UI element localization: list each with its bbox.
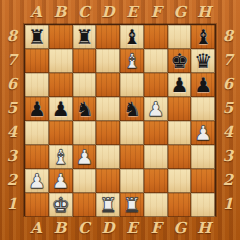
rank-label-left-7: 7 xyxy=(0,48,24,72)
white-king[interactable]: ♚ xyxy=(52,193,70,217)
file-label-top-c: C xyxy=(72,0,96,24)
file-label-bottom-f: F xyxy=(144,216,168,240)
square-f5[interactable]: ♟ xyxy=(144,97,168,121)
square-f4[interactable] xyxy=(144,121,168,145)
square-g4[interactable] xyxy=(168,121,192,145)
square-f6[interactable] xyxy=(144,73,168,97)
square-e2[interactable] xyxy=(120,169,144,193)
rank-labels-right: 87654321 xyxy=(216,24,240,216)
file-label-bottom-e: E xyxy=(120,216,144,240)
square-b1[interactable]: ♚ xyxy=(49,193,73,217)
square-d5[interactable] xyxy=(96,97,120,121)
square-h1[interactable] xyxy=(191,193,215,217)
black-rook[interactable]: ♜ xyxy=(75,25,93,49)
square-e4[interactable] xyxy=(120,121,144,145)
square-a3[interactable] xyxy=(25,145,49,169)
square-a4[interactable] xyxy=(25,121,49,145)
black-pawn[interactable]: ♟ xyxy=(170,73,188,97)
black-pawn[interactable]: ♟ xyxy=(52,97,70,121)
rank-label-right-3: 3 xyxy=(216,144,240,168)
rank-label-left-4: 4 xyxy=(0,120,24,144)
rank-label-right-2: 2 xyxy=(216,168,240,192)
square-e8[interactable]: ♝ xyxy=(120,25,144,49)
square-h3[interactable] xyxy=(191,145,215,169)
square-d6[interactable] xyxy=(96,73,120,97)
square-b4[interactable] xyxy=(49,121,73,145)
square-c5[interactable]: ♞ xyxy=(73,97,97,121)
square-d7[interactable] xyxy=(96,49,120,73)
square-c6[interactable] xyxy=(73,73,97,97)
square-d1[interactable]: ♜ xyxy=(96,193,120,217)
square-a1[interactable] xyxy=(25,193,49,217)
file-label-bottom-d: D xyxy=(96,216,120,240)
rank-label-right-8: 8 xyxy=(216,24,240,48)
square-e3[interactable] xyxy=(120,145,144,169)
square-g7[interactable]: ♚ xyxy=(168,49,192,73)
square-h4[interactable]: ♟ xyxy=(191,121,215,145)
square-a2[interactable]: ♟ xyxy=(25,169,49,193)
square-b7[interactable] xyxy=(49,49,73,73)
file-label-top-h: H xyxy=(192,0,216,24)
white-bishop[interactable]: ♝ xyxy=(123,49,141,73)
square-h2[interactable] xyxy=(191,169,215,193)
square-d8[interactable] xyxy=(96,25,120,49)
square-c1[interactable] xyxy=(73,193,97,217)
square-g6[interactable]: ♟ xyxy=(168,73,192,97)
rank-label-right-1: 1 xyxy=(216,192,240,216)
file-label-top-e: E xyxy=(120,0,144,24)
black-king[interactable]: ♚ xyxy=(170,49,188,73)
square-c8[interactable]: ♜ xyxy=(73,25,97,49)
square-f3[interactable] xyxy=(144,145,168,169)
square-e5[interactable]: ♞ xyxy=(120,97,144,121)
white-pawn[interactable]: ♟ xyxy=(28,169,46,193)
square-c3[interactable]: ♟ xyxy=(73,145,97,169)
file-label-top-b: B xyxy=(48,0,72,24)
square-c2[interactable] xyxy=(73,169,97,193)
square-b3[interactable]: ♝ xyxy=(49,145,73,169)
black-rook[interactable]: ♜ xyxy=(28,25,46,49)
file-labels-bottom: ABCDEFGH xyxy=(24,216,216,240)
file-labels-top: ABCDEFGH xyxy=(24,0,216,24)
square-a7[interactable] xyxy=(25,49,49,73)
square-h8[interactable]: ♝ xyxy=(191,25,215,49)
black-knight[interactable]: ♞ xyxy=(123,97,141,121)
square-b6[interactable] xyxy=(49,73,73,97)
square-f2[interactable] xyxy=(144,169,168,193)
square-f7[interactable] xyxy=(144,49,168,73)
rank-label-left-2: 2 xyxy=(0,168,24,192)
white-rook[interactable]: ♜ xyxy=(123,193,141,217)
file-label-bottom-b: B xyxy=(48,216,72,240)
white-pawn[interactable]: ♟ xyxy=(194,121,212,145)
square-a5[interactable]: ♟ xyxy=(25,97,49,121)
square-b5[interactable]: ♟ xyxy=(49,97,73,121)
rank-label-left-3: 3 xyxy=(0,144,24,168)
square-g1[interactable] xyxy=(168,193,192,217)
square-g5[interactable] xyxy=(168,97,192,121)
black-pawn[interactable]: ♟ xyxy=(194,73,212,97)
square-c7[interactable] xyxy=(73,49,97,73)
file-label-bottom-h: H xyxy=(192,216,216,240)
file-label-top-g: G xyxy=(168,0,192,24)
file-label-bottom-g: G xyxy=(168,216,192,240)
file-label-bottom-a: A xyxy=(24,216,48,240)
square-b2[interactable]: ♟ xyxy=(49,169,73,193)
file-label-bottom-c: C xyxy=(72,216,96,240)
white-rook[interactable]: ♜ xyxy=(99,193,117,217)
black-bishop[interactable]: ♝ xyxy=(123,25,141,49)
rank-label-right-4: 4 xyxy=(216,120,240,144)
square-g2[interactable] xyxy=(168,169,192,193)
square-e7[interactable]: ♝ xyxy=(120,49,144,73)
square-h6[interactable]: ♟ xyxy=(191,73,215,97)
square-g3[interactable] xyxy=(168,145,192,169)
rank-label-left-1: 1 xyxy=(0,192,24,216)
square-d4[interactable] xyxy=(96,121,120,145)
file-label-top-f: F xyxy=(144,0,168,24)
rank-label-left-6: 6 xyxy=(0,72,24,96)
chess-board: ♜♜♝♝♝♚♛♟♟♟♟♞♞♟♟♝♟♟♟♚♜♜ xyxy=(24,24,216,216)
file-label-top-d: D xyxy=(96,0,120,24)
file-label-top-a: A xyxy=(24,0,48,24)
board-frame: ABCDEFGH ABCDEFGH 87654321 87654321 ♜♜♝♝… xyxy=(0,0,240,240)
black-queen[interactable]: ♛ xyxy=(194,49,212,73)
rank-label-right-7: 7 xyxy=(216,48,240,72)
square-d3[interactable] xyxy=(96,145,120,169)
square-f1[interactable] xyxy=(144,193,168,217)
square-a6[interactable] xyxy=(25,73,49,97)
rank-label-left-8: 8 xyxy=(0,24,24,48)
square-b8[interactable] xyxy=(49,25,73,49)
white-pawn[interactable]: ♟ xyxy=(75,145,93,169)
square-c4[interactable] xyxy=(73,121,97,145)
rank-labels-left: 87654321 xyxy=(0,24,24,216)
square-a8[interactable]: ♜ xyxy=(25,25,49,49)
square-g8[interactable] xyxy=(168,25,192,49)
black-pawn[interactable]: ♟ xyxy=(28,97,46,121)
rank-label-left-5: 5 xyxy=(0,96,24,120)
square-h5[interactable] xyxy=(191,97,215,121)
black-bishop[interactable]: ♝ xyxy=(194,25,212,49)
rank-label-right-6: 6 xyxy=(216,72,240,96)
black-knight[interactable]: ♞ xyxy=(75,97,93,121)
square-f8[interactable] xyxy=(144,25,168,49)
white-pawn[interactable]: ♟ xyxy=(147,97,165,121)
white-pawn[interactable]: ♟ xyxy=(52,169,70,193)
square-e6[interactable] xyxy=(120,73,144,97)
white-bishop[interactable]: ♝ xyxy=(52,145,70,169)
rank-label-right-5: 5 xyxy=(216,96,240,120)
square-h7[interactable]: ♛ xyxy=(191,49,215,73)
square-e1[interactable]: ♜ xyxy=(120,193,144,217)
square-d2[interactable] xyxy=(96,169,120,193)
